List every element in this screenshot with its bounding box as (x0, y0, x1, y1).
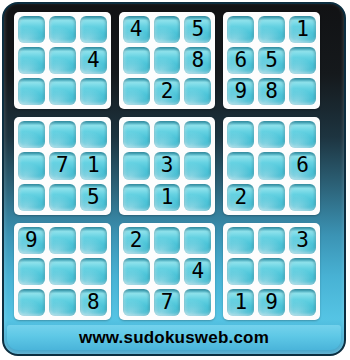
block-1-0: 715 (14, 117, 111, 214)
sudoku-cell-r5c5[interactable]: 3 (154, 152, 181, 179)
sudoku-cell-r7c7[interactable] (227, 227, 254, 254)
sudoku-cell-r1c5[interactable] (154, 16, 181, 43)
block-2-2: 319 (223, 223, 320, 320)
sudoku-cell-r6c2[interactable] (49, 184, 76, 211)
sudoku-cell-r8c8[interactable] (258, 258, 285, 285)
sudoku-cell-r8c1[interactable] (18, 258, 45, 285)
sudoku-cell-r2c4[interactable] (123, 47, 150, 74)
sudoku-cell-r7c1[interactable]: 9 (18, 227, 45, 254)
sudoku-cell-r3c8[interactable]: 8 (258, 78, 285, 105)
sudoku-cell-r6c1[interactable] (18, 184, 45, 211)
sudoku-cell-r6c9[interactable] (289, 184, 316, 211)
block-0-2: 16598 (223, 12, 320, 109)
sudoku-cell-r5c1[interactable] (18, 152, 45, 179)
sudoku-cell-r9c5[interactable]: 7 (154, 289, 181, 316)
sudoku-cell-r6c7[interactable]: 2 (227, 184, 254, 211)
sudoku-cell-r2c2[interactable] (49, 47, 76, 74)
sudoku-cell-r2c3[interactable]: 4 (80, 47, 107, 74)
sudoku-cell-r7c6[interactable] (184, 227, 211, 254)
block-2-0: 98 (14, 223, 111, 320)
sudoku-cell-r4c3[interactable] (80, 121, 107, 148)
sudoku-cell-r1c3[interactable] (80, 16, 107, 43)
sudoku-cell-r8c5[interactable] (154, 258, 181, 285)
sudoku-cell-r2c8[interactable]: 5 (258, 47, 285, 74)
sudoku-cell-r3c6[interactable] (184, 78, 211, 105)
sudoku-cell-r8c4[interactable] (123, 258, 150, 285)
sudoku-cell-r5c3[interactable]: 1 (80, 152, 107, 179)
footer-bar: www.sudokusweb.com (7, 325, 341, 350)
sudoku-cell-r3c5[interactable]: 2 (154, 78, 181, 105)
sudoku-cell-r2c1[interactable] (18, 47, 45, 74)
sudoku-cell-r9c9[interactable] (289, 289, 316, 316)
sudoku-cell-r4c9[interactable] (289, 121, 316, 148)
sudoku-board: 4458216598715316298247319 www.sudokusweb… (2, 2, 346, 356)
sudoku-cell-r3c7[interactable]: 9 (227, 78, 254, 105)
block-1-1: 31 (119, 117, 216, 214)
sudoku-cell-r5c4[interactable] (123, 152, 150, 179)
sudoku-cell-r8c6[interactable]: 4 (184, 258, 211, 285)
sudoku-cell-r8c7[interactable] (227, 258, 254, 285)
sudoku-cell-r4c6[interactable] (184, 121, 211, 148)
sudoku-cell-r1c9[interactable]: 1 (289, 16, 316, 43)
sudoku-cell-r1c8[interactable] (258, 16, 285, 43)
sudoku-cell-r5c6[interactable] (184, 152, 211, 179)
sudoku-cell-r3c9[interactable] (289, 78, 316, 105)
sudoku-cell-r9c8[interactable]: 9 (258, 289, 285, 316)
sudoku-cell-r1c7[interactable] (227, 16, 254, 43)
sudoku-cell-r6c4[interactable] (123, 184, 150, 211)
block-2-1: 247 (119, 223, 216, 320)
sudoku-cell-r8c2[interactable] (49, 258, 76, 285)
sudoku-cell-r7c2[interactable] (49, 227, 76, 254)
sudoku-cell-r1c1[interactable] (18, 16, 45, 43)
sudoku-cell-r9c1[interactable] (18, 289, 45, 316)
sudoku-cell-r2c7[interactable]: 6 (227, 47, 254, 74)
sudoku-cell-r5c9[interactable]: 6 (289, 152, 316, 179)
sudoku-cell-r4c2[interactable] (49, 121, 76, 148)
sudoku-cell-r9c4[interactable] (123, 289, 150, 316)
sudoku-cell-r7c8[interactable] (258, 227, 285, 254)
sudoku-cell-r1c2[interactable] (49, 16, 76, 43)
sudoku-cell-r1c4[interactable]: 4 (123, 16, 150, 43)
sudoku-cell-r9c3[interactable]: 8 (80, 289, 107, 316)
sudoku-cell-r9c6[interactable] (184, 289, 211, 316)
sudoku-cell-r4c4[interactable] (123, 121, 150, 148)
sudoku-cell-r4c7[interactable] (227, 121, 254, 148)
sudoku-cell-r4c1[interactable] (18, 121, 45, 148)
block-0-0: 4 (14, 12, 111, 109)
sudoku-app: 4458216598715316298247319 www.sudokusweb… (0, 0, 350, 360)
sudoku-cell-r6c3[interactable]: 5 (80, 184, 107, 211)
sudoku-cell-r6c5[interactable]: 1 (154, 184, 181, 211)
sudoku-cell-r3c3[interactable] (80, 78, 107, 105)
sudoku-cell-r3c4[interactable] (123, 78, 150, 105)
sudoku-cell-r3c2[interactable] (49, 78, 76, 105)
sudoku-cell-r7c5[interactable] (154, 227, 181, 254)
sudoku-cell-r5c8[interactable] (258, 152, 285, 179)
sudoku-cell-r2c5[interactable] (154, 47, 181, 74)
sudoku-cell-r2c9[interactable] (289, 47, 316, 74)
sudoku-cell-r6c8[interactable] (258, 184, 285, 211)
sudoku-cell-r6c6[interactable] (184, 184, 211, 211)
sudoku-cell-r1c6[interactable]: 5 (184, 16, 211, 43)
sudoku-cell-r7c3[interactable] (80, 227, 107, 254)
sudoku-cell-r9c7[interactable]: 1 (227, 289, 254, 316)
sudoku-cell-r4c5[interactable] (154, 121, 181, 148)
block-0-1: 4582 (119, 12, 216, 109)
sudoku-cell-r8c3[interactable] (80, 258, 107, 285)
website-link[interactable]: www.sudokusweb.com (79, 328, 269, 348)
sudoku-grid: 4458216598715316298247319 (14, 12, 320, 320)
sudoku-cell-r7c4[interactable]: 2 (123, 227, 150, 254)
sudoku-cell-r4c8[interactable] (258, 121, 285, 148)
sudoku-cell-r2c6[interactable]: 8 (184, 47, 211, 74)
sudoku-cell-r3c1[interactable] (18, 78, 45, 105)
block-1-2: 62 (223, 117, 320, 214)
sudoku-cell-r9c2[interactable] (49, 289, 76, 316)
sudoku-cell-r5c7[interactable] (227, 152, 254, 179)
sudoku-cell-r5c2[interactable]: 7 (49, 152, 76, 179)
sudoku-cell-r7c9[interactable]: 3 (289, 227, 316, 254)
sudoku-cell-r8c9[interactable] (289, 258, 316, 285)
